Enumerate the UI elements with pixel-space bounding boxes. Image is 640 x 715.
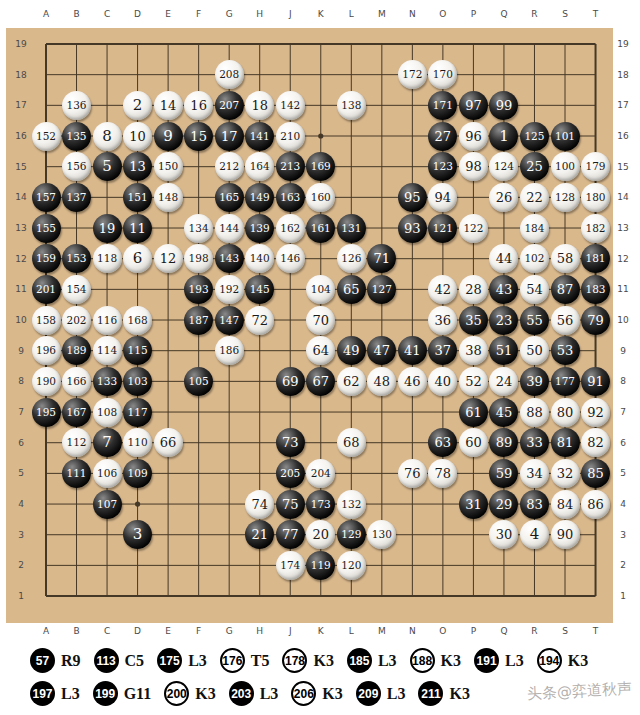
caption-move-209: 209L3 — [356, 681, 406, 706]
stone-R4: 83 — [520, 490, 549, 519]
stone-P8: 52 — [459, 367, 488, 396]
caption-row-1: 57R9113C5175L3176T5178K3185L3188K3191L31… — [30, 648, 588, 673]
stone-S9: 53 — [551, 336, 580, 365]
stone-J17: 142 — [276, 91, 305, 120]
row-label-right: 5 — [620, 468, 626, 478]
row-label-left: 19 — [15, 39, 26, 49]
stone-H14: 149 — [245, 183, 274, 212]
stone-G17: 207 — [215, 91, 244, 120]
col-label-top: S — [562, 9, 568, 19]
stone-R11: 54 — [520, 275, 549, 304]
col-label-top: D — [134, 9, 141, 19]
stone-M8: 48 — [367, 367, 396, 396]
stone-C6: 7 — [93, 428, 122, 457]
caption-move-185: 185L3 — [347, 648, 397, 673]
stone-C13: 19 — [93, 214, 122, 243]
caption-point: K3 — [568, 652, 588, 670]
caption-point: K3 — [313, 652, 333, 670]
stone-S6: 81 — [551, 428, 580, 457]
stone-G9: 186 — [215, 336, 244, 365]
col-label-top: E — [165, 9, 171, 19]
stone-J16: 210 — [276, 122, 305, 151]
row-label-right: 12 — [617, 254, 628, 264]
stone-G11: 192 — [215, 275, 244, 304]
stone-H17: 18 — [245, 91, 274, 120]
stone-D5: 109 — [123, 459, 152, 488]
stone-P4: 31 — [459, 490, 488, 519]
stone-P9: 38 — [459, 336, 488, 365]
caption-stone: 197 — [30, 681, 55, 706]
stone-F13: 134 — [184, 214, 213, 243]
row-label-right: 2 — [620, 560, 626, 570]
stone-C8: 133 — [93, 367, 122, 396]
caption-point: L3 — [505, 652, 524, 670]
stone-T7: 92 — [581, 398, 610, 427]
stone-P10: 35 — [459, 306, 488, 335]
stone-M11: 127 — [367, 275, 396, 304]
stone-P13: 122 — [459, 214, 488, 243]
stone-D16: 10 — [123, 122, 152, 151]
col-label-top: G — [226, 9, 233, 19]
caption-move-176: 176T5 — [220, 648, 270, 673]
stone-J14: 163 — [276, 183, 305, 212]
stone-K5: 204 — [306, 459, 335, 488]
row-label-left: 13 — [15, 223, 26, 233]
col-label-top: J — [289, 9, 292, 19]
row-label-left: 17 — [15, 100, 26, 110]
stone-J6: 73 — [276, 428, 305, 457]
stone-E17: 14 — [154, 91, 183, 120]
stone-H10: 72 — [245, 306, 274, 335]
col-label-bottom: O — [439, 626, 446, 636]
col-label-bottom: K — [318, 626, 324, 636]
stone-G14: 165 — [215, 183, 244, 212]
caption-stone: 206 — [291, 681, 316, 706]
row-label-right: 8 — [620, 376, 626, 386]
stone-S12: 58 — [551, 244, 580, 273]
stone-H11: 145 — [245, 275, 274, 304]
caption-move-175: 175L3 — [157, 648, 207, 673]
stone-R5: 34 — [520, 459, 549, 488]
stone-Q10: 23 — [489, 306, 518, 335]
stone-S7: 80 — [551, 398, 580, 427]
stone-T11: 183 — [581, 275, 610, 304]
stone-O16: 27 — [428, 122, 457, 151]
stone-C9: 114 — [93, 336, 122, 365]
stone-E12: 12 — [154, 244, 183, 273]
col-label-bottom: N — [409, 626, 416, 636]
col-label-top: C — [104, 9, 110, 19]
stone-S8: 177 — [551, 367, 580, 396]
caption-move-113: 113C5 — [94, 648, 145, 673]
caption-stone: 188 — [410, 648, 435, 673]
caption-move-200: 200K3 — [164, 681, 215, 706]
stone-E15: 150 — [154, 152, 183, 181]
stone-P11: 28 — [459, 275, 488, 304]
stone-Q7: 45 — [489, 398, 518, 427]
stone-K11: 104 — [306, 275, 335, 304]
row-label-left: 9 — [18, 346, 24, 356]
caption-move-197: 197L3 — [30, 681, 80, 706]
stone-R15: 25 — [520, 152, 549, 181]
stone-E6: 66 — [154, 428, 183, 457]
caption-point: R9 — [61, 652, 81, 670]
row-label-left: 15 — [15, 162, 26, 172]
col-label-top: H — [256, 9, 263, 19]
row-label-right: 3 — [620, 530, 626, 540]
stone-F17: 16 — [184, 91, 213, 120]
stone-J8: 69 — [276, 367, 305, 396]
stone-B15: 156 — [62, 152, 91, 181]
stone-T10: 79 — [581, 306, 610, 335]
stone-D8: 103 — [123, 367, 152, 396]
stone-Q16: 1 — [489, 122, 518, 151]
stone-A13: 155 — [32, 214, 61, 243]
stone-R9: 50 — [520, 336, 549, 365]
stone-N8: 46 — [398, 367, 427, 396]
stone-T5: 85 — [581, 459, 610, 488]
caption-stone: 199 — [93, 681, 118, 706]
stone-D10: 168 — [123, 306, 152, 335]
stone-R6: 33 — [520, 428, 549, 457]
stone-S10: 56 — [551, 306, 580, 335]
stone-O13: 121 — [428, 214, 457, 243]
stone-F8: 105 — [184, 367, 213, 396]
row-label-left: 12 — [15, 254, 26, 264]
caption-point: G11 — [124, 685, 152, 703]
caption-stone: 175 — [157, 648, 182, 673]
col-label-top: F — [196, 9, 201, 19]
stone-L13: 131 — [337, 214, 366, 243]
col-label-top: M — [378, 9, 386, 19]
row-label-right: 1 — [620, 591, 626, 601]
caption-stone: 194 — [537, 648, 562, 673]
row-label-right: 4 — [620, 499, 626, 509]
stone-B12: 153 — [62, 244, 91, 273]
col-label-bottom: B — [73, 626, 79, 636]
row-label-left: 8 — [18, 376, 24, 386]
row-label-left: 7 — [18, 407, 24, 417]
stone-T12: 181 — [581, 244, 610, 273]
row-label-right: 11 — [617, 284, 628, 294]
col-label-bottom: G — [226, 626, 233, 636]
col-label-bottom: P — [471, 626, 476, 636]
stone-J13: 162 — [276, 214, 305, 243]
caption-point: L3 — [61, 685, 80, 703]
stone-J15: 213 — [276, 152, 305, 181]
row-label-left: 6 — [18, 438, 24, 448]
caption-stone: 178 — [282, 648, 307, 673]
stone-C16: 8 — [93, 122, 122, 151]
stone-N13: 93 — [398, 214, 427, 243]
col-label-bottom: M — [378, 626, 386, 636]
stone-J5: 205 — [276, 459, 305, 488]
col-label-top: P — [471, 9, 476, 19]
stone-B9: 189 — [62, 336, 91, 365]
stone-F11: 193 — [184, 275, 213, 304]
row-label-right: 18 — [617, 70, 628, 80]
col-label-bottom: D — [134, 626, 141, 636]
row-label-left: 4 — [18, 499, 24, 509]
stone-A16: 152 — [32, 122, 61, 151]
stone-L12: 126 — [337, 244, 366, 273]
stone-G18: 208 — [215, 60, 244, 89]
col-label-top: O — [439, 9, 446, 19]
stone-K10: 70 — [306, 306, 335, 335]
stone-J12: 146 — [276, 244, 305, 273]
stone-R8: 39 — [520, 367, 549, 396]
stone-K14: 160 — [306, 183, 335, 212]
stone-L3: 129 — [337, 520, 366, 549]
stone-R7: 88 — [520, 398, 549, 427]
caption-stone: 200 — [164, 681, 189, 706]
row-label-left: 5 — [18, 468, 24, 478]
stone-P7: 61 — [459, 398, 488, 427]
stone-G10: 147 — [215, 306, 244, 335]
stone-N14: 95 — [398, 183, 427, 212]
stone-K4: 173 — [306, 490, 335, 519]
row-label-right: 16 — [617, 131, 628, 141]
stone-T14: 180 — [581, 183, 610, 212]
caption-stone: 176 — [220, 648, 245, 673]
caption-point: K3 — [322, 685, 342, 703]
stone-R16: 125 — [520, 122, 549, 151]
stone-D17: 2 — [123, 91, 152, 120]
caption-move-211: 211K3 — [418, 681, 469, 706]
stone-D13: 11 — [123, 214, 152, 243]
stone-R3: 4 — [520, 520, 549, 549]
stone-N9: 41 — [398, 336, 427, 365]
caption-move-206: 206K3 — [291, 681, 342, 706]
stone-A12: 159 — [32, 244, 61, 273]
row-label-left: 3 — [18, 530, 24, 540]
caption-move-178: 178K3 — [282, 648, 333, 673]
row-label-right: 15 — [617, 162, 628, 172]
caption-move-57: 57R9 — [30, 648, 81, 673]
col-label-top: B — [73, 9, 79, 19]
col-label-bottom: H — [256, 626, 263, 636]
stone-L6: 68 — [337, 428, 366, 457]
col-label-top: R — [531, 9, 537, 19]
row-label-right: 7 — [620, 407, 626, 417]
col-label-top: Q — [500, 9, 507, 19]
stone-P15: 98 — [459, 152, 488, 181]
stone-D7: 117 — [123, 398, 152, 427]
stone-P17: 97 — [459, 91, 488, 120]
stone-D14: 151 — [123, 183, 152, 212]
stone-P16: 96 — [459, 122, 488, 151]
caption-point: T5 — [251, 652, 270, 670]
stone-J3: 77 — [276, 520, 305, 549]
stone-S16: 101 — [551, 122, 580, 151]
row-label-right: 9 — [620, 346, 626, 356]
caption-point: L3 — [260, 685, 279, 703]
col-label-top: L — [349, 9, 354, 19]
col-label-bottom: A — [43, 626, 49, 636]
row-label-left: 18 — [15, 70, 26, 80]
col-label-top: A — [43, 9, 49, 19]
stone-E16: 9 — [154, 122, 183, 151]
caption-point: L3 — [188, 652, 207, 670]
caption-row-2: 197L3199G11200K3203L3206K3209L3211K3 — [30, 681, 470, 706]
stone-G12: 143 — [215, 244, 244, 273]
stone-S4: 84 — [551, 490, 580, 519]
stone-K2: 119 — [306, 551, 335, 580]
kifu-page: AABBCCDDEEFFGGHHJJKKLLMMNNOOPPQQRRSSTT19… — [0, 0, 640, 715]
stone-E14: 148 — [154, 183, 183, 212]
col-label-top: T — [593, 9, 599, 19]
stone-C15: 5 — [93, 152, 122, 181]
stone-B7: 167 — [62, 398, 91, 427]
stone-T15: 179 — [581, 152, 610, 181]
caption-move-203: 203L3 — [229, 681, 279, 706]
col-label-bottom: R — [531, 626, 537, 636]
caption-move-188: 188K3 — [410, 648, 461, 673]
stone-A14: 157 — [32, 183, 61, 212]
stone-K13: 161 — [306, 214, 335, 243]
caption-point: L3 — [378, 652, 397, 670]
stone-C4: 107 — [93, 490, 122, 519]
stone-L11: 65 — [337, 275, 366, 304]
stone-N5: 76 — [398, 459, 427, 488]
row-label-right: 19 — [617, 39, 628, 49]
stone-F10: 187 — [184, 306, 213, 335]
stone-L17: 138 — [337, 91, 366, 120]
row-label-left: 16 — [15, 131, 26, 141]
stone-C10: 116 — [93, 306, 122, 335]
stone-A10: 158 — [32, 306, 61, 335]
stone-C5: 106 — [93, 459, 122, 488]
stone-B11: 154 — [62, 275, 91, 304]
stone-T13: 182 — [581, 214, 610, 243]
stone-H4: 74 — [245, 490, 274, 519]
row-label-right: 14 — [617, 192, 628, 202]
row-label-right: 10 — [617, 315, 628, 325]
stone-C7: 108 — [93, 398, 122, 427]
stone-B5: 111 — [62, 459, 91, 488]
stone-P6: 60 — [459, 428, 488, 457]
stone-R12: 102 — [520, 244, 549, 273]
row-label-left: 11 — [15, 284, 26, 294]
caption-stone: 185 — [347, 648, 372, 673]
stone-S11: 87 — [551, 275, 580, 304]
caption-move-194: 194K3 — [537, 648, 588, 673]
stone-J4: 75 — [276, 490, 305, 519]
stone-O10: 36 — [428, 306, 457, 335]
stone-B16: 135 — [62, 122, 91, 151]
caption-stone: 209 — [356, 681, 381, 706]
row-label-right: 13 — [617, 223, 628, 233]
row-label-right: 6 — [620, 438, 626, 448]
stone-R13: 184 — [520, 214, 549, 243]
caption-stone: 203 — [229, 681, 254, 706]
stone-B6: 112 — [62, 428, 91, 457]
stone-T8: 91 — [581, 367, 610, 396]
stone-Q4: 29 — [489, 490, 518, 519]
row-label-right: 17 — [617, 100, 628, 110]
stone-B8: 166 — [62, 367, 91, 396]
stone-H13: 139 — [245, 214, 274, 243]
stone-B17: 136 — [62, 91, 91, 120]
stone-S5: 32 — [551, 459, 580, 488]
stone-F16: 15 — [184, 122, 213, 151]
caption-point: L3 — [387, 685, 406, 703]
col-label-bottom: E — [165, 626, 171, 636]
stone-K8: 67 — [306, 367, 335, 396]
stone-J2: 174 — [276, 551, 305, 580]
stone-A11: 201 — [32, 275, 61, 304]
stone-S15: 100 — [551, 152, 580, 181]
stone-A8: 190 — [32, 367, 61, 396]
col-label-bottom: J — [289, 626, 292, 636]
stone-S3: 90 — [551, 520, 580, 549]
caption-point: C5 — [125, 652, 145, 670]
stone-H16: 141 — [245, 122, 274, 151]
col-label-top: K — [318, 9, 324, 19]
caption-stone: 113 — [94, 648, 119, 673]
stone-T4: 86 — [581, 490, 610, 519]
stone-L2: 120 — [337, 551, 366, 580]
stone-B14: 137 — [62, 183, 91, 212]
stone-B10: 202 — [62, 306, 91, 335]
caption-stone: 57 — [30, 648, 55, 673]
stone-G16: 17 — [215, 122, 244, 151]
stone-A9: 196 — [32, 336, 61, 365]
stone-S14: 128 — [551, 183, 580, 212]
stone-O17: 171 — [428, 91, 457, 120]
col-label-bottom: F — [196, 626, 201, 636]
caption-point: K3 — [441, 652, 461, 670]
stone-G13: 144 — [215, 214, 244, 243]
stone-L4: 132 — [337, 490, 366, 519]
col-label-bottom: S — [562, 626, 568, 636]
stone-L9: 49 — [337, 336, 366, 365]
col-label-top: N — [409, 9, 416, 19]
move-caption: 57R9113C5175L3176T5178K3185L3188K3191L31… — [0, 638, 640, 715]
row-label-left: 1 — [18, 591, 24, 601]
stone-L8: 62 — [337, 367, 366, 396]
col-label-bottom: C — [104, 626, 110, 636]
row-label-left: 10 — [15, 315, 26, 325]
caption-point: K3 — [449, 685, 469, 703]
caption-point: K3 — [195, 685, 215, 703]
stone-R10: 55 — [520, 306, 549, 335]
stone-A7: 195 — [32, 398, 61, 427]
col-label-bottom: L — [349, 626, 354, 636]
stone-C12: 118 — [93, 244, 122, 273]
col-label-bottom: Q — [500, 626, 507, 636]
stone-R14: 22 — [520, 183, 549, 212]
caption-stone: 211 — [418, 681, 443, 706]
row-label-left: 2 — [18, 560, 24, 570]
caption-move-191: 191L3 — [474, 648, 524, 673]
stone-N18: 172 — [398, 60, 427, 89]
col-label-bottom: T — [593, 626, 599, 636]
row-label-left: 14 — [15, 192, 26, 202]
caption-move-199: 199G11 — [93, 681, 152, 706]
caption-stone: 191 — [474, 648, 499, 673]
stone-G15: 212 — [215, 152, 244, 181]
